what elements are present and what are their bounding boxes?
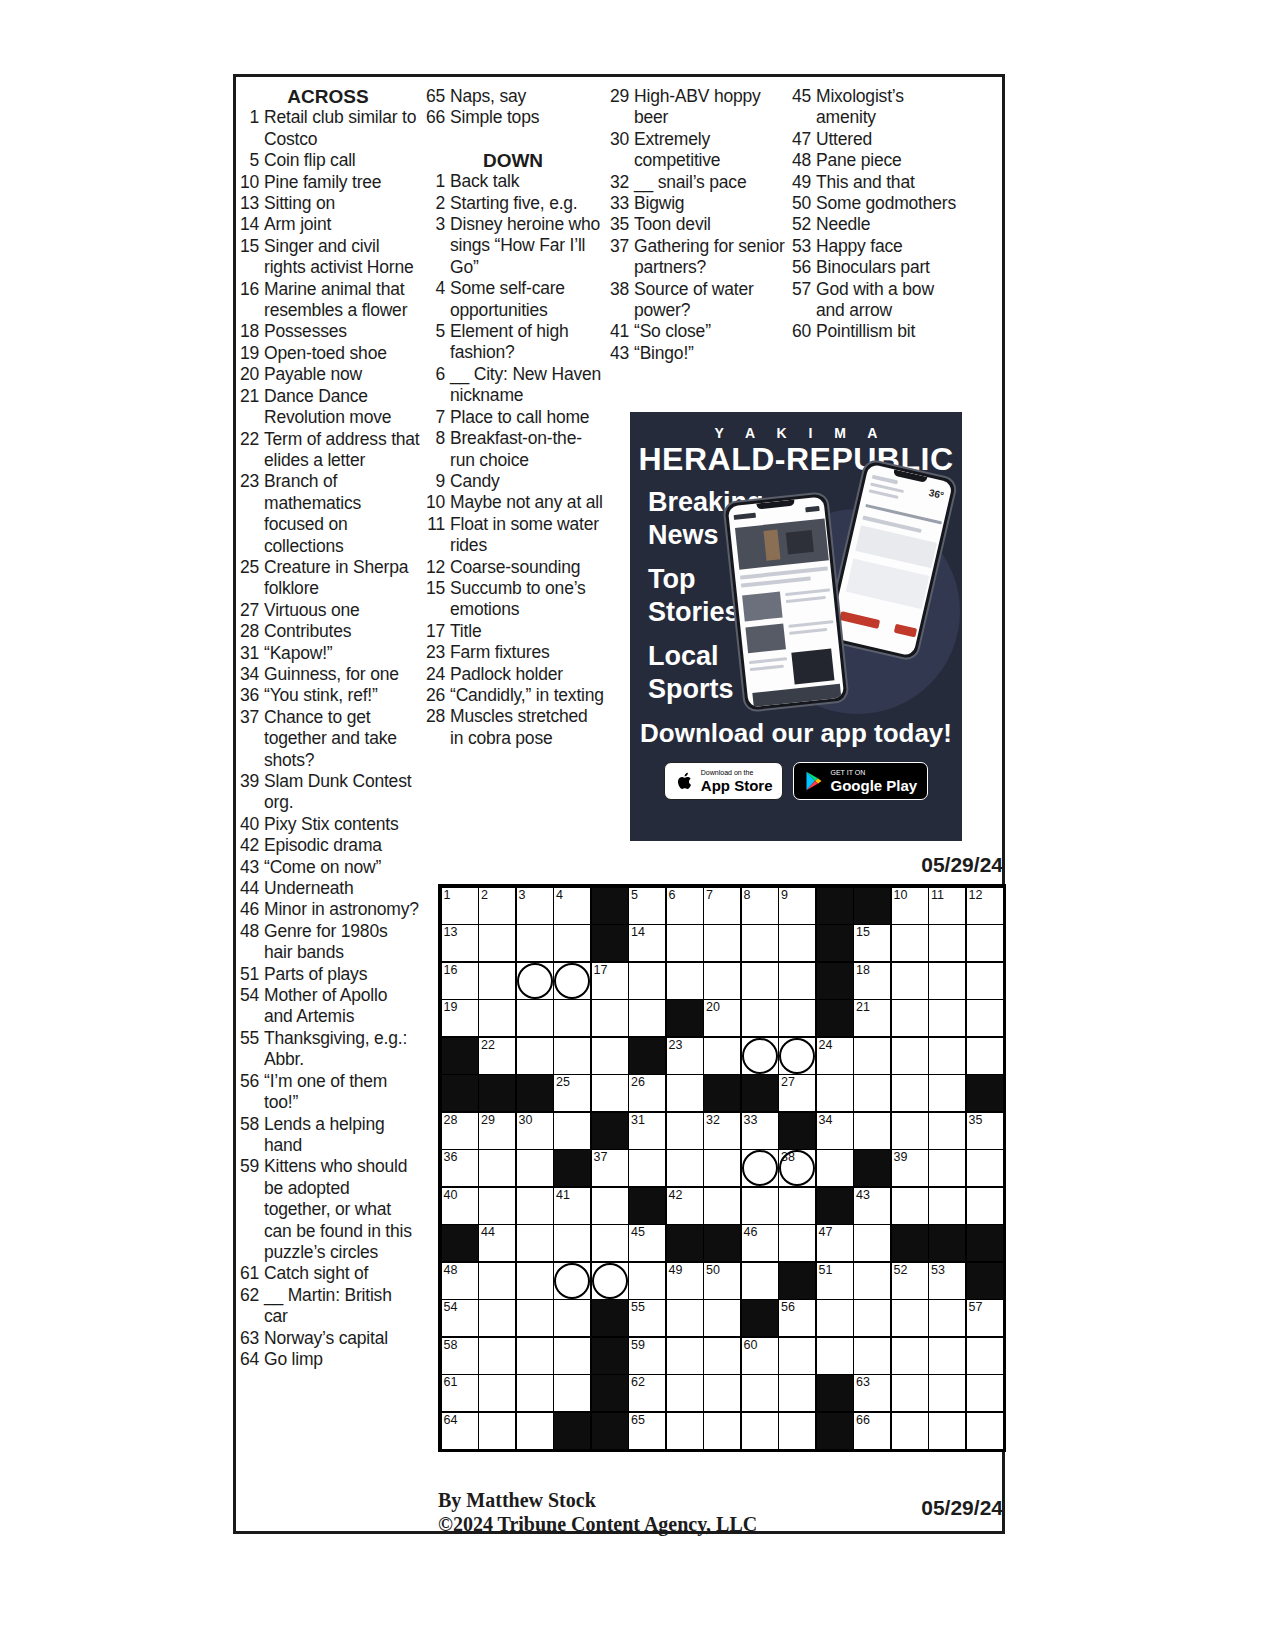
grid-cell: 24: [817, 1038, 853, 1074]
clue-across-43: 43“Come on now”: [236, 857, 420, 878]
cell-number: 11: [931, 888, 944, 902]
across-header: ACROSS: [236, 86, 420, 107]
clue-number: 62: [236, 1285, 264, 1306]
clue-number: 9: [422, 471, 450, 492]
cell-number: 35: [969, 1113, 983, 1127]
cell-number: 59: [631, 1338, 645, 1352]
cell-number: 22: [481, 1038, 495, 1052]
cell-number: 17: [594, 963, 608, 977]
cell-number: 55: [631, 1300, 645, 1314]
clue-text: Element of high fashion?: [450, 321, 604, 364]
grid-cell: [667, 1338, 703, 1374]
grid-cell: 36: [442, 1150, 478, 1186]
grid-cell: 29: [479, 1113, 515, 1149]
cell-number: 51: [819, 1263, 833, 1277]
copyright-line: ©2024 Tribune Content Agency, LLC: [438, 1512, 757, 1536]
clue-text: Open-toed shoe: [264, 343, 420, 364]
clue-across-18: 18Possesses: [236, 321, 420, 342]
clue-text: Toon devil: [634, 214, 788, 235]
clue-down-50: 50Some godmothers: [788, 193, 966, 214]
badge-big-text: Google Play: [830, 778, 917, 793]
theme-circle: [592, 1263, 628, 1299]
clue-text: Pointillism bit: [816, 321, 966, 342]
ad-brand-city: Y A K I M A: [630, 425, 962, 441]
clue-across-20: 20Payable now: [236, 364, 420, 385]
clue-number: 15: [236, 236, 264, 257]
clue-text: Dance Dance Revolution move: [264, 386, 420, 429]
clue-text: This and that: [816, 172, 966, 193]
grid-cell-black: [667, 1000, 703, 1036]
clue-number: 49: [788, 172, 816, 193]
grid-cell: [704, 1038, 740, 1074]
grid-cell: [892, 1375, 928, 1411]
clue-across-10: 10Pine family tree: [236, 172, 420, 193]
clue-number: 42: [236, 835, 264, 856]
grid-cell-black: [967, 1263, 1003, 1299]
grid-cell: [967, 925, 1003, 961]
grid-cell: 10: [892, 888, 928, 924]
clue-text: Guinness, for one: [264, 664, 420, 685]
grid-cell: 20: [704, 1000, 740, 1036]
grid-cell: [892, 1075, 928, 1111]
grid-cell: [704, 1188, 740, 1224]
grid-cell: 19: [442, 1000, 478, 1036]
clue-down-5: 5Element of high fashion?: [422, 321, 604, 364]
clue-down-6: 6__ City: New Haven nickname: [422, 364, 604, 407]
grid-cell: [592, 1188, 628, 1224]
grid-cell: 12: [967, 888, 1003, 924]
clue-text: Marine animal that resembles a flower: [264, 279, 420, 322]
grid-cell: 3: [517, 888, 553, 924]
phones-illustration: 36°: [725, 464, 962, 714]
grid-cell: [479, 1375, 515, 1411]
grid-cell: [592, 1075, 628, 1111]
grid-cell: 4: [554, 888, 590, 924]
clue-number: 1: [236, 107, 264, 128]
cell-number: 13: [444, 925, 458, 939]
clue-down-32: 32__ snail’s pace: [606, 172, 788, 193]
cell-number: 45: [631, 1225, 645, 1239]
clue-text: Uttered: [816, 129, 966, 150]
grid-cell: 26: [629, 1075, 665, 1111]
grid-cell-black: [854, 888, 890, 924]
grid-cell: 18: [854, 963, 890, 999]
cell-number: 26: [631, 1075, 645, 1089]
clue-number: 5: [236, 150, 264, 171]
grid-cell: [517, 1225, 553, 1261]
clue-number: 29: [606, 86, 634, 107]
clue-across-1: 1Retail club similar to Costco: [236, 107, 420, 150]
grid-cell: [629, 1263, 665, 1299]
clue-number: 28: [422, 706, 450, 727]
clue-text: Term of address that elides a letter: [264, 429, 420, 472]
grid-cell-black: [592, 1375, 628, 1411]
grid-cell: [667, 1300, 703, 1336]
grid-cell: 58: [442, 1338, 478, 1374]
clue-column-2: 65Naps, say66Simple topsDOWN1Back talk2S…: [422, 86, 604, 749]
cell-number: 1: [444, 888, 451, 902]
theme-circle: [779, 1150, 815, 1186]
cell-number: 32: [706, 1113, 720, 1127]
grid-cell: 55: [629, 1300, 665, 1336]
clue-text: Norway’s capital: [264, 1328, 420, 1349]
clue-text: Needle: [816, 214, 966, 235]
grid-cell-black: [592, 1338, 628, 1374]
grid-cell: [479, 1000, 515, 1036]
clue-across-37: 37Chance to get together and take shots?: [236, 707, 420, 771]
clue-text: “Kapow!”: [264, 643, 420, 664]
grid-cell: [967, 1150, 1003, 1186]
grid-cell-black: [817, 1375, 853, 1411]
clue-across-16: 16Marine animal that resembles a flower: [236, 279, 420, 322]
grid-cell: [554, 963, 590, 999]
grid-cell: [892, 1338, 928, 1374]
clue-across-31: 31“Kapow!”: [236, 643, 420, 664]
grid-cell: 63: [854, 1375, 890, 1411]
grid-cell: [667, 1113, 703, 1149]
grid-cell: 16: [442, 963, 478, 999]
clue-text: Back talk: [450, 171, 604, 192]
clue-down-41: 41“So close”: [606, 321, 788, 342]
cell-number: 23: [669, 1038, 683, 1052]
clue-number: 24: [422, 664, 450, 685]
grid-cell: [517, 1150, 553, 1186]
clue-text: Breakfast-on-the-run choice: [450, 428, 604, 471]
grid-cell: [479, 1413, 515, 1449]
grid-cell: 50: [704, 1263, 740, 1299]
grid-cell-black: [817, 1413, 853, 1449]
grid-cell: 56: [779, 1300, 815, 1336]
grid-cell: 21: [854, 1000, 890, 1036]
cell-number: 50: [706, 1263, 720, 1277]
clue-across-28: 28Contributes: [236, 621, 420, 642]
clue-text: Retail club similar to Costco: [264, 107, 420, 150]
grid-cell: [479, 963, 515, 999]
clue-across-61: 61Catch sight of: [236, 1263, 420, 1284]
clue-down-47: 47Uttered: [788, 129, 966, 150]
grid-cell-black: [629, 1038, 665, 1074]
grid-cell: 62: [629, 1375, 665, 1411]
clue-across-34: 34Guinness, for one: [236, 664, 420, 685]
grid-cell: 47: [817, 1225, 853, 1261]
grid-cell-black: [742, 1300, 778, 1336]
clue-column-4: 45Mixologist’s amenity47Uttered48Pane pi…: [788, 86, 966, 343]
grid-cell: [704, 963, 740, 999]
cell-number: 30: [519, 1113, 533, 1127]
clue-text: Creature in Sherpa folklore: [264, 557, 420, 600]
grid-cell: [779, 963, 815, 999]
cell-number: 33: [744, 1113, 758, 1127]
clue-text: Bigwig: [634, 193, 788, 214]
clue-down-17: 17Title: [422, 621, 604, 642]
grid-cell: [854, 1075, 890, 1111]
grid-cell: [967, 1375, 1003, 1411]
grid-cell: 5: [629, 888, 665, 924]
grid-cell: [479, 1150, 515, 1186]
cell-number: 9: [781, 888, 788, 902]
grid-cell: 23: [667, 1038, 703, 1074]
clue-text: Disney heroine who sings “How Far I’ll G…: [450, 214, 604, 278]
cell-number: 44: [481, 1225, 495, 1239]
badge-small-text: GET IT ON: [830, 769, 917, 776]
clue-text: Some godmothers: [816, 193, 966, 214]
clue-across-44: 44Underneath: [236, 878, 420, 899]
cell-number: 29: [481, 1113, 495, 1127]
clue-down-12: 12Coarse-sounding: [422, 557, 604, 578]
grid-cell: [667, 1413, 703, 1449]
clue-number: 18: [236, 321, 264, 342]
grid-cell: [592, 1225, 628, 1261]
clue-number: 22: [236, 429, 264, 450]
grid-cell: 60: [742, 1338, 778, 1374]
grid-cell-black: [967, 1225, 1003, 1261]
clue-number: 63: [236, 1328, 264, 1349]
theme-circle: [517, 963, 553, 999]
theme-circle: [554, 963, 590, 999]
clue-text: Pixy Stix contents: [264, 814, 420, 835]
cell-number: 2: [481, 888, 488, 902]
clue-down-43: 43“Bingo!”: [606, 343, 788, 364]
cell-number: 7: [706, 888, 713, 902]
grid-cell: [929, 1000, 965, 1036]
clue-number: 60: [788, 321, 816, 342]
grid-cell: [742, 1000, 778, 1036]
cell-number: 15: [856, 925, 870, 939]
clue-text: High-ABV hoppy beer: [634, 86, 788, 129]
grid-cell: [779, 1000, 815, 1036]
clue-text: “Come on now”: [264, 857, 420, 878]
cell-number: 60: [744, 1338, 758, 1352]
grid-cell: 37: [592, 1150, 628, 1186]
date-bottom-right: 05/29/24: [803, 1496, 1003, 1520]
grid-cell: [554, 925, 590, 961]
clue-across-64: 64Go limp: [236, 1349, 420, 1370]
grid-cell: [517, 1263, 553, 1299]
clue-text: Branch of mathematics focused on collect…: [264, 471, 420, 557]
clue-number: 27: [236, 600, 264, 621]
grid-cell: [929, 963, 965, 999]
cell-number: 40: [444, 1188, 458, 1202]
grid-cell: [892, 925, 928, 961]
grid-cell-black: [704, 1075, 740, 1111]
date-above-grid: 05/29/24: [803, 853, 1003, 877]
clue-number: 10: [422, 492, 450, 513]
grid-cell: [929, 925, 965, 961]
grid-cell: [892, 1300, 928, 1336]
clue-number: 10: [236, 172, 264, 193]
grid-cell: [967, 963, 1003, 999]
cell-number: 42: [669, 1188, 683, 1202]
theme-circle: [779, 1038, 815, 1074]
grid-cell: 41: [554, 1188, 590, 1224]
clue-text: “So close”: [634, 321, 788, 342]
grid-cell: 30: [517, 1113, 553, 1149]
clue-number: 47: [788, 129, 816, 150]
cell-number: 19: [444, 1000, 458, 1014]
grid-cell: [817, 1075, 853, 1111]
clue-text: Extremely competitive: [634, 129, 788, 172]
clue-number: 28: [236, 621, 264, 642]
grid-cell: 1: [442, 888, 478, 924]
grid-cell: [779, 1413, 815, 1449]
clue-down-33: 33Bigwig: [606, 193, 788, 214]
clue-number: 58: [236, 1114, 264, 1135]
grid-cell: [892, 1113, 928, 1149]
clue-text: Slam Dunk Contest org.: [264, 771, 420, 814]
grid-cell-black: [592, 888, 628, 924]
clue-across-59: 59Kittens who should be adopted together…: [236, 1156, 420, 1263]
clue-number: 8: [422, 428, 450, 449]
clue-number: 31: [236, 643, 264, 664]
clue-across-66: 66Simple tops: [422, 107, 604, 128]
grid-cell: [517, 1413, 553, 1449]
clue-text: Mixologist’s amenity: [816, 86, 966, 129]
grid-cell: [517, 1338, 553, 1374]
clue-across-23: 23Branch of mathematics focused on colle…: [236, 471, 420, 557]
cell-number: 31: [631, 1113, 645, 1127]
cell-number: 12: [969, 888, 983, 902]
grid-cell: [479, 925, 515, 961]
google-play-badge[interactable]: GET IT ON Google Play: [793, 762, 928, 800]
grid-cell: [967, 1000, 1003, 1036]
clue-across-22: 22Term of address that elides a letter: [236, 429, 420, 472]
cell-number: 58: [444, 1338, 458, 1352]
clue-number: 20: [236, 364, 264, 385]
cell-number: 48: [444, 1263, 458, 1277]
clue-text: Minor in astronomy?: [264, 899, 420, 920]
grid-cell: [554, 1300, 590, 1336]
clue-number: 61: [236, 1263, 264, 1284]
grid-cell: [517, 1300, 553, 1336]
clue-number: 43: [236, 857, 264, 878]
grid-cell: [742, 1413, 778, 1449]
cell-number: 21: [856, 1000, 870, 1014]
clue-text: Float in some water rides: [450, 514, 604, 557]
grid-cell: 61: [442, 1375, 478, 1411]
clue-text: Arm joint: [264, 214, 420, 235]
cell-number: 52: [894, 1263, 908, 1277]
app-store-badge[interactable]: Download on the App Store: [664, 762, 784, 800]
grid-cell-black: [442, 1038, 478, 1074]
grid-cell: [854, 1038, 890, 1074]
clue-number: 51: [236, 964, 264, 985]
grid-cell: [704, 1413, 740, 1449]
cell-number: 46: [744, 1225, 758, 1239]
clue-down-38: 38Source of water power?: [606, 279, 788, 322]
grid-cell-black: [817, 1188, 853, 1224]
grid-cell-black: [742, 1075, 778, 1111]
clue-number: 30: [606, 129, 634, 150]
clue-text: Succumb to one’s emotions: [450, 578, 604, 621]
grid-cell: 33: [742, 1113, 778, 1149]
cell-number: 28: [444, 1113, 458, 1127]
clue-number: 32: [606, 172, 634, 193]
theme-circle: [742, 1150, 778, 1186]
clue-across-58: 58Lends a helping hand: [236, 1114, 420, 1157]
grid-cell-black: [817, 925, 853, 961]
grid-cell: [854, 1113, 890, 1149]
clue-text: __ Martin: British car: [264, 1285, 420, 1328]
clue-across-46: 46Minor in astronomy?: [236, 899, 420, 920]
clue-down-7: 7Place to call home: [422, 407, 604, 428]
grid-cell-black: [704, 1225, 740, 1261]
clue-number: 37: [606, 236, 634, 257]
grid-cell: 64: [442, 1413, 478, 1449]
cell-number: 14: [631, 925, 645, 939]
grid-cell: 49: [667, 1263, 703, 1299]
clue-number: 56: [788, 257, 816, 278]
ad-cta: Download our app today!: [630, 718, 962, 749]
clue-number: 21: [236, 386, 264, 407]
clue-across-62: 62__ Martin: British car: [236, 1285, 420, 1328]
clue-number: 53: [788, 236, 816, 257]
clue-number: 17: [422, 621, 450, 642]
clue-down-4: 4Some self-care opportunities: [422, 278, 604, 321]
grid-cell: 54: [442, 1300, 478, 1336]
clue-across-19: 19Open-toed shoe: [236, 343, 420, 364]
grid-cell: 22: [479, 1038, 515, 1074]
grid-cell-black: [629, 1188, 665, 1224]
grid-cell: [854, 1225, 890, 1261]
badge-small-text: Download on the: [701, 769, 773, 776]
grid-cell: [479, 1338, 515, 1374]
grid-cell: [854, 1263, 890, 1299]
clue-number: 1: [422, 171, 450, 192]
clue-across-25: 25Creature in Sherpa folklore: [236, 557, 420, 600]
clue-text: Lends a helping hand: [264, 1114, 420, 1157]
clue-number: 48: [788, 150, 816, 171]
clue-across-56: 56“I’m one of them too!”: [236, 1071, 420, 1114]
clue-text: Go limp: [264, 1349, 420, 1370]
clue-across-65: 65Naps, say: [422, 86, 604, 107]
cell-number: 20: [706, 1000, 720, 1014]
clue-column-1: ACROSS1Retail club similar to Costco5Coi…: [236, 86, 420, 1370]
grid-cell-black: [779, 1263, 815, 1299]
clue-number: 39: [236, 771, 264, 792]
grid-cell: [967, 1338, 1003, 1374]
grid-cell: [667, 1375, 703, 1411]
clue-down-37: 37Gathering for senior partners?: [606, 236, 788, 279]
clue-number: 66: [422, 107, 450, 128]
clue-across-5: 5Coin flip call: [236, 150, 420, 171]
grid-cell-black: [517, 1075, 553, 1111]
grid-cell: [742, 1150, 778, 1186]
grid-cell: [817, 1300, 853, 1336]
grid-cell: [517, 963, 553, 999]
grid-cell-black: [442, 1075, 478, 1111]
grid-cell: 66: [854, 1413, 890, 1449]
grid-cell: [517, 1188, 553, 1224]
cell-number: 37: [594, 1150, 608, 1164]
clue-down-52: 52Needle: [788, 214, 966, 235]
grid-cell-black: [817, 1000, 853, 1036]
clue-text: Contributes: [264, 621, 420, 642]
grid-cell: 17: [592, 963, 628, 999]
clue-text: __ snail’s pace: [634, 172, 788, 193]
weather-temp: 36°: [928, 487, 945, 501]
clue-text: Padlock holder: [450, 664, 604, 685]
grid-cell: [742, 963, 778, 999]
grid-cell: [779, 1188, 815, 1224]
grid-cell: [929, 1188, 965, 1224]
clue-down-60: 60Pointillism bit: [788, 321, 966, 342]
clue-text: “You stink, ref!”: [264, 685, 420, 706]
clue-number: 23: [422, 642, 450, 663]
clue-number: 15: [422, 578, 450, 599]
grid-cell-black: [592, 1413, 628, 1449]
grid-cell: 48: [442, 1263, 478, 1299]
clue-number: 34: [236, 664, 264, 685]
